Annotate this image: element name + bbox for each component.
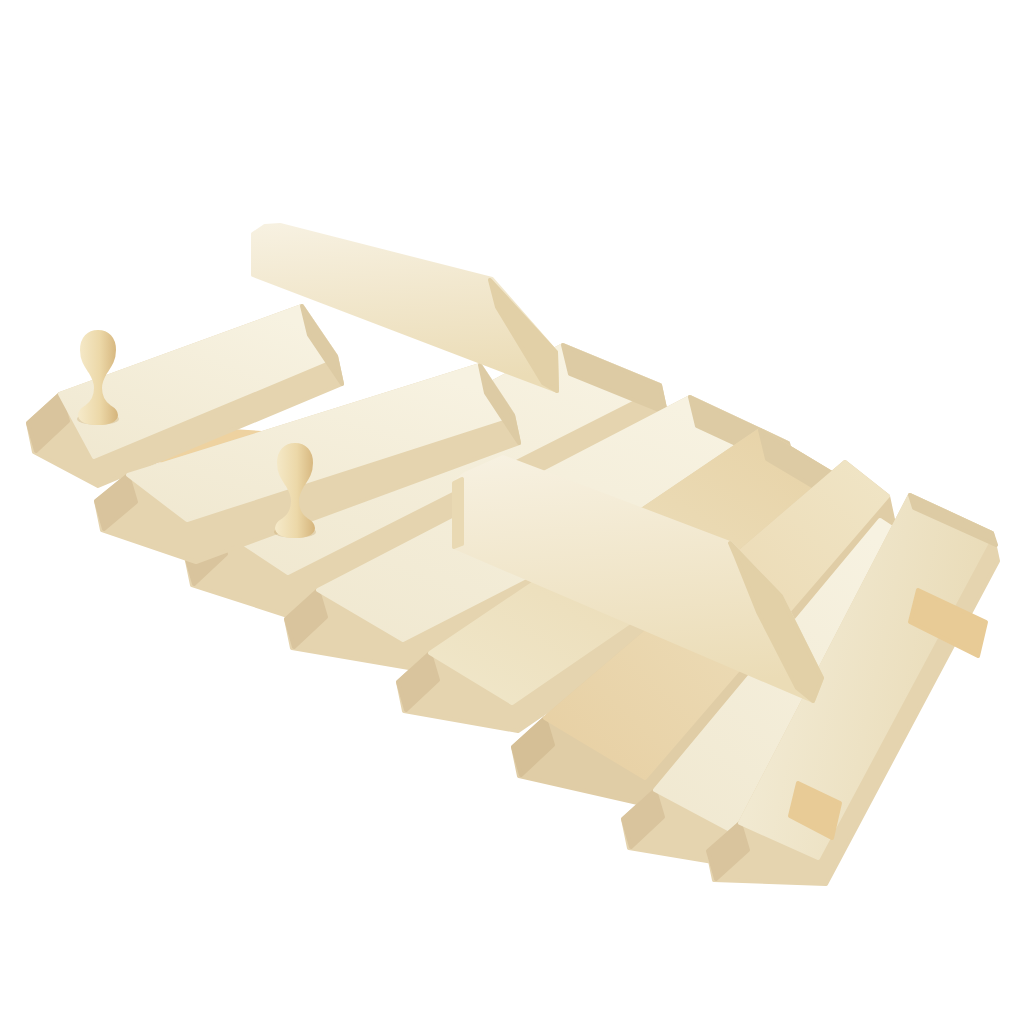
sauna-headrest-product-photo — [0, 0, 1024, 1024]
headrest-support-front-left-end — [454, 479, 462, 547]
product-photo-stage — [0, 0, 1024, 1024]
